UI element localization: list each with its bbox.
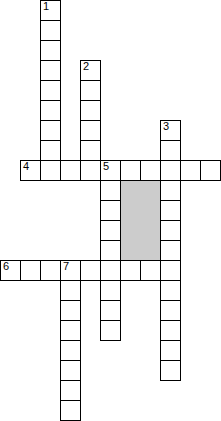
crossword-cell[interactable]: [60, 360, 81, 381]
crossword-cell[interactable]: [40, 100, 61, 121]
crossword-cell[interactable]: [60, 340, 81, 361]
crossword-cell[interactable]: [100, 180, 121, 201]
crossword-cell[interactable]: [80, 160, 101, 181]
crossword-cell[interactable]: [140, 160, 161, 181]
crossword-cell[interactable]: [80, 260, 101, 281]
crossword-cell[interactable]: 6: [0, 260, 21, 281]
crossword-cell[interactable]: [160, 320, 181, 341]
crossword-cell[interactable]: [80, 100, 101, 121]
crossword-cell[interactable]: [40, 80, 61, 101]
crossword-cell[interactable]: [40, 260, 61, 281]
crossword-cell[interactable]: 7: [60, 260, 81, 281]
crossword-cell[interactable]: [100, 320, 121, 341]
crossword-board: 1234567: [0, 0, 221, 421]
crossword-cell[interactable]: [160, 200, 181, 221]
crossword-cell[interactable]: [160, 140, 181, 161]
crossword-cell[interactable]: [60, 320, 81, 341]
crossword-cell[interactable]: 3: [160, 120, 181, 141]
crossword-cell[interactable]: [80, 140, 101, 161]
crossword-cell[interactable]: [140, 260, 161, 281]
crossword-cell[interactable]: [60, 380, 81, 401]
crossword-cell[interactable]: [160, 240, 181, 261]
cell-number: 6: [3, 261, 9, 272]
crossword-cell[interactable]: 2: [80, 60, 101, 81]
crossword-cell[interactable]: [100, 240, 121, 261]
crossword-cell[interactable]: [160, 300, 181, 321]
crossword-cell[interactable]: [40, 140, 61, 161]
crossword-cell[interactable]: [120, 260, 141, 281]
crossword-cell[interactable]: [60, 280, 81, 301]
cell-number: 7: [63, 261, 69, 272]
crossword-cell[interactable]: 5: [100, 160, 121, 181]
crossword-cell[interactable]: [20, 260, 41, 281]
crossword-cell[interactable]: [160, 360, 181, 381]
cell-number: 4: [23, 161, 29, 172]
cell-number: 2: [83, 61, 89, 72]
crossword-cell[interactable]: [40, 60, 61, 81]
crossword-cell[interactable]: [100, 260, 121, 281]
crossword-cell[interactable]: [100, 220, 121, 241]
cell-number: 5: [103, 161, 109, 172]
crossword-cell[interactable]: [160, 180, 181, 201]
crossword-cell[interactable]: [40, 20, 61, 41]
crossword-cell[interactable]: [180, 160, 201, 181]
crossword-cell[interactable]: [200, 160, 221, 181]
cell-number: 3: [163, 121, 169, 132]
crossword-cell[interactable]: [160, 220, 181, 241]
crossword-cell[interactable]: [160, 160, 181, 181]
crossword-cell[interactable]: [60, 400, 81, 421]
crossword-cell[interactable]: [100, 280, 121, 301]
crossword-cell[interactable]: [160, 340, 181, 361]
crossword-cell[interactable]: [60, 300, 81, 321]
crossword-cell[interactable]: [80, 120, 101, 141]
crossword-cell[interactable]: [100, 200, 121, 221]
crossword-cell[interactable]: [160, 260, 181, 281]
crossword-cell[interactable]: [160, 280, 181, 301]
crossword-cell[interactable]: [40, 120, 61, 141]
crossword-cell[interactable]: [100, 300, 121, 321]
cell-number: 1: [43, 1, 49, 12]
crossword-cell[interactable]: [120, 160, 141, 181]
crossword-cell[interactable]: [40, 40, 61, 61]
blocked-region: [120, 180, 161, 261]
crossword-cell[interactable]: [60, 160, 81, 181]
crossword-cell[interactable]: 1: [40, 0, 61, 21]
crossword-cell[interactable]: [80, 80, 101, 101]
crossword-cell[interactable]: [40, 160, 61, 181]
crossword-cell[interactable]: 4: [20, 160, 41, 181]
